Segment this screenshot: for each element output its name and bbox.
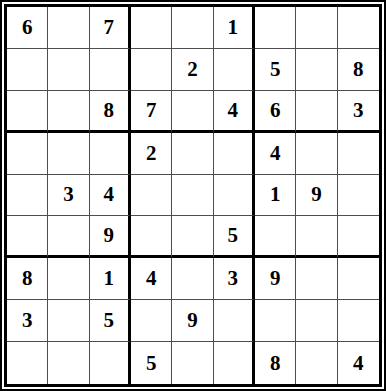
cell-r2c3-empty[interactable] — [90, 49, 131, 91]
cell-r2c7-given: 5 — [255, 49, 296, 91]
cell-r4c1-empty[interactable] — [7, 133, 48, 175]
cell-r8c9-empty[interactable] — [338, 300, 379, 342]
cell-r2c5-given: 2 — [172, 49, 213, 91]
board-frame: 671258874632434199581439359584 — [0, 0, 386, 391]
cell-r8c4-empty[interactable] — [131, 300, 172, 342]
cell-r6c8-empty[interactable] — [296, 216, 337, 258]
cell-r7c8-empty[interactable] — [296, 258, 337, 300]
cell-r4c9-empty[interactable] — [338, 133, 379, 175]
cell-r9c9-given: 4 — [338, 342, 379, 384]
cell-r1c4-empty[interactable] — [131, 7, 172, 49]
cell-r7c5-empty[interactable] — [172, 258, 213, 300]
cell-r6c3-given: 9 — [90, 216, 131, 258]
cell-r7c6-given: 3 — [214, 258, 255, 300]
cell-r1c8-empty[interactable] — [296, 7, 337, 49]
cell-r9c4-given: 5 — [131, 342, 172, 384]
cell-r6c1-empty[interactable] — [7, 216, 48, 258]
cell-r5c8-given: 9 — [296, 175, 337, 217]
cell-r5c9-empty[interactable] — [338, 175, 379, 217]
cell-r1c5-empty[interactable] — [172, 7, 213, 49]
cell-r6c7-empty[interactable] — [255, 216, 296, 258]
cell-r4c6-empty[interactable] — [214, 133, 255, 175]
cell-r9c6-empty[interactable] — [214, 342, 255, 384]
cell-r2c2-empty[interactable] — [48, 49, 89, 91]
cell-r7c4-given: 4 — [131, 258, 172, 300]
cell-r1c6-given: 1 — [214, 7, 255, 49]
cell-r9c7-given: 8 — [255, 342, 296, 384]
cell-r7c2-empty[interactable] — [48, 258, 89, 300]
cell-r5c1-empty[interactable] — [7, 175, 48, 217]
cell-r4c8-empty[interactable] — [296, 133, 337, 175]
cell-r3c8-empty[interactable] — [296, 91, 337, 133]
cell-r3c7-given: 6 — [255, 91, 296, 133]
cell-r6c4-empty[interactable] — [131, 216, 172, 258]
cell-r3c1-empty[interactable] — [7, 91, 48, 133]
cell-r3c2-empty[interactable] — [48, 91, 89, 133]
cell-r8c3-given: 5 — [90, 300, 131, 342]
cell-r4c4-given: 2 — [131, 133, 172, 175]
cell-r3c4-given: 7 — [131, 91, 172, 133]
cell-r7c3-given: 1 — [90, 258, 131, 300]
cell-r9c8-empty[interactable] — [296, 342, 337, 384]
cell-r3c6-given: 4 — [214, 91, 255, 133]
cell-r4c3-empty[interactable] — [90, 133, 131, 175]
cell-r2c4-empty[interactable] — [131, 49, 172, 91]
cell-r8c5-given: 9 — [172, 300, 213, 342]
cell-r6c5-empty[interactable] — [172, 216, 213, 258]
cell-r6c9-empty[interactable] — [338, 216, 379, 258]
cell-r1c2-empty[interactable] — [48, 7, 89, 49]
cell-r3c9-given: 3 — [338, 91, 379, 133]
cell-r5c4-empty[interactable] — [131, 175, 172, 217]
cell-r2c9-given: 8 — [338, 49, 379, 91]
cell-r3c5-empty[interactable] — [172, 91, 213, 133]
cell-r1c9-empty[interactable] — [338, 7, 379, 49]
cell-r9c3-empty[interactable] — [90, 342, 131, 384]
cell-r2c8-empty[interactable] — [296, 49, 337, 91]
cell-r5c6-empty[interactable] — [214, 175, 255, 217]
cell-r8c2-empty[interactable] — [48, 300, 89, 342]
cell-r8c7-empty[interactable] — [255, 300, 296, 342]
cell-r1c1-given: 6 — [7, 7, 48, 49]
sudoku-board: 671258874632434199581439359584 — [4, 4, 382, 387]
cell-r8c6-empty[interactable] — [214, 300, 255, 342]
cell-r5c5-empty[interactable] — [172, 175, 213, 217]
cell-r2c6-empty[interactable] — [214, 49, 255, 91]
cell-r8c8-empty[interactable] — [296, 300, 337, 342]
cell-r4c2-empty[interactable] — [48, 133, 89, 175]
cell-r5c7-given: 1 — [255, 175, 296, 217]
cell-r1c3-given: 7 — [90, 7, 131, 49]
cell-r1c7-empty[interactable] — [255, 7, 296, 49]
cell-r3c3-given: 8 — [90, 91, 131, 133]
cell-r6c6-given: 5 — [214, 216, 255, 258]
cell-r8c1-given: 3 — [7, 300, 48, 342]
cell-r5c2-given: 3 — [48, 175, 89, 217]
cell-r7c7-given: 9 — [255, 258, 296, 300]
cell-r6c2-empty[interactable] — [48, 216, 89, 258]
cell-r2c1-empty[interactable] — [7, 49, 48, 91]
cell-r9c1-empty[interactable] — [7, 342, 48, 384]
cell-r7c1-given: 8 — [7, 258, 48, 300]
cell-r4c7-given: 4 — [255, 133, 296, 175]
cell-r9c5-empty[interactable] — [172, 342, 213, 384]
cell-r5c3-given: 4 — [90, 175, 131, 217]
cell-r9c2-empty[interactable] — [48, 342, 89, 384]
cell-r7c9-empty[interactable] — [338, 258, 379, 300]
cell-r4c5-empty[interactable] — [172, 133, 213, 175]
